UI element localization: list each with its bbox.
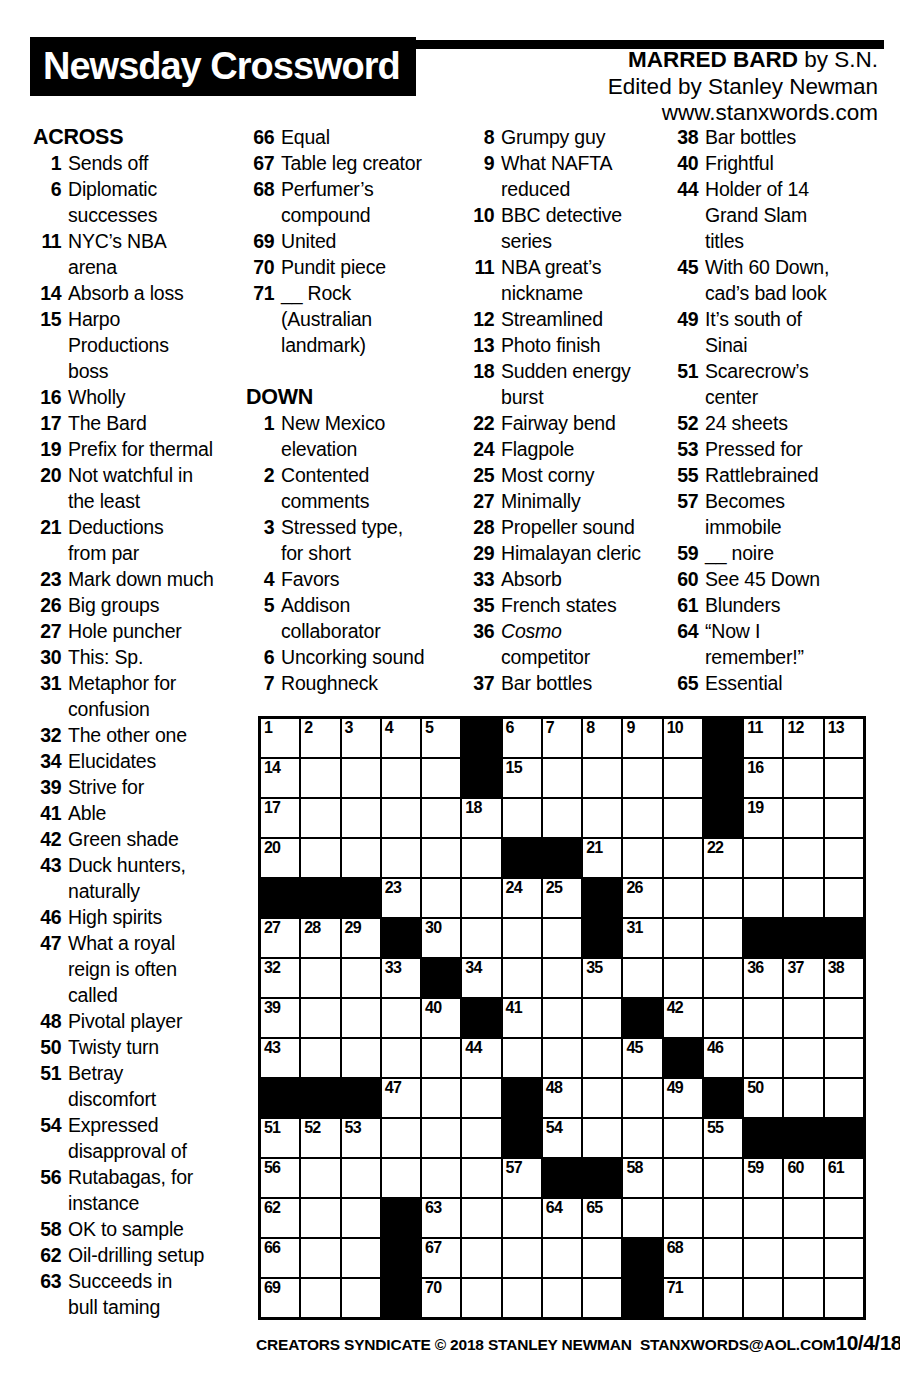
cell-r15c11[interactable]: 71 xyxy=(664,1279,702,1317)
clue-number: 55 xyxy=(670,462,698,488)
cell-r7c9[interactable]: 35 xyxy=(583,959,621,997)
cell-r8c8[interactable] xyxy=(543,999,581,1037)
across-header: ACROSS xyxy=(33,124,240,150)
cell-r6c8[interactable] xyxy=(543,919,581,957)
clue-text: Most corny xyxy=(501,462,594,488)
cell-r9c4[interactable] xyxy=(382,1039,420,1077)
clue-text: Contentedcomments xyxy=(281,462,369,514)
cell-number-6: 6 xyxy=(506,720,514,736)
cell-r12c11[interactable] xyxy=(664,1159,702,1197)
cell-r6c6[interactable] xyxy=(462,919,500,957)
cell-r3c1[interactable]: 17 xyxy=(261,799,299,837)
cell-r5c10[interactable]: 26 xyxy=(623,879,661,917)
clue-across-70: 70Pundit piece xyxy=(246,254,452,280)
cell-r14c7[interactable] xyxy=(503,1239,541,1277)
clue-number: 8 xyxy=(466,124,494,150)
cell-number-28: 28 xyxy=(304,920,320,936)
clue-number: 32 xyxy=(33,722,61,748)
cell-r11c11[interactable] xyxy=(664,1119,702,1157)
cell-r9c2[interactable] xyxy=(301,1039,339,1077)
cell-r8c2[interactable] xyxy=(301,999,339,1037)
cell-r2c7[interactable]: 15 xyxy=(503,759,541,797)
cell-number-12: 12 xyxy=(787,720,803,736)
cell-r1c1[interactable]: 1 xyxy=(261,719,299,757)
clue-text: Addisoncollaborator xyxy=(281,592,381,644)
cell-number-68: 68 xyxy=(667,1240,683,1256)
cell-r9c8[interactable] xyxy=(543,1039,581,1077)
cell-r3c9[interactable] xyxy=(583,799,621,837)
cell-r15c14[interactable] xyxy=(784,1279,822,1317)
clue-across-71: 71__ Rock(Australianlandmark) xyxy=(246,280,452,358)
cell-r7c3[interactable] xyxy=(342,959,380,997)
clue-across-63: 63Succeeds inbull taming xyxy=(33,1268,240,1320)
cell-r9c12[interactable]: 46 xyxy=(704,1039,742,1077)
cell-r13c8[interactable]: 64 xyxy=(543,1199,581,1237)
cell-r6c7[interactable] xyxy=(503,919,541,957)
cell-number-9: 9 xyxy=(626,720,634,736)
clue-text: Able xyxy=(68,800,106,826)
cell-r8c4[interactable] xyxy=(382,999,420,1037)
cell-r2c8[interactable] xyxy=(543,759,581,797)
cell-r10c5[interactable] xyxy=(422,1079,460,1117)
cell-r9c3[interactable] xyxy=(342,1039,380,1077)
cell-r13c12[interactable] xyxy=(704,1199,742,1237)
cell-r5c14[interactable] xyxy=(784,879,822,917)
clue-down-4: 4Favors xyxy=(246,566,452,592)
cell-number-33: 33 xyxy=(385,960,401,976)
clue-down-1: 1New Mexicoelevation xyxy=(246,410,452,462)
cell-r10c4[interactable]: 47 xyxy=(382,1079,420,1117)
cell-r4c2[interactable] xyxy=(301,839,339,877)
cell-r10c10[interactable] xyxy=(623,1079,661,1117)
cell-r2c2[interactable] xyxy=(301,759,339,797)
clue-number: 62 xyxy=(33,1242,61,1268)
cell-r2c13[interactable]: 16 xyxy=(744,759,782,797)
cell-r4c9[interactable]: 21 xyxy=(583,839,621,877)
clue-text: Favors xyxy=(281,566,339,592)
cell-r7c4[interactable]: 33 xyxy=(382,959,420,997)
cell-r3c7[interactable] xyxy=(503,799,541,837)
cell-r12c12[interactable] xyxy=(704,1159,742,1197)
puzzle-title-line: MARRED BARD by S.N. xyxy=(608,47,878,74)
cell-r6c3[interactable]: 29 xyxy=(342,919,380,957)
cell-r11c2[interactable]: 52 xyxy=(301,1119,339,1157)
cell-number-15: 15 xyxy=(506,760,522,776)
cell-r15c7[interactable] xyxy=(503,1279,541,1317)
cell-r2c3[interactable] xyxy=(342,759,380,797)
cell-r14c12[interactable] xyxy=(704,1239,742,1277)
cell-r7c7[interactable] xyxy=(503,959,541,997)
cell-r8c1[interactable]: 39 xyxy=(261,999,299,1037)
cell-r2c11[interactable] xyxy=(664,759,702,797)
cell-r5c7[interactable]: 24 xyxy=(503,879,541,917)
cell-r7c13[interactable]: 36 xyxy=(744,959,782,997)
cell-r1c10[interactable]: 9 xyxy=(623,719,661,757)
cell-r2c9[interactable] xyxy=(583,759,621,797)
clue-number: 71 xyxy=(246,280,274,358)
cell-r5c13[interactable] xyxy=(744,879,782,917)
cell-r12c15[interactable]: 61 xyxy=(825,1159,863,1197)
clue-number: 48 xyxy=(33,1008,61,1034)
clue-text: Minimally xyxy=(501,488,580,514)
cell-r5c12[interactable] xyxy=(704,879,742,917)
cell-r12c2[interactable] xyxy=(301,1159,339,1197)
clue-text: Absorb a loss xyxy=(68,280,184,306)
cell-r13c5[interactable]: 63 xyxy=(422,1199,460,1237)
clue-text: NYC’s NBAarena xyxy=(68,228,167,280)
clue-number: 66 xyxy=(246,124,274,150)
clue-across-27: 27Hole puncher xyxy=(33,618,240,644)
cell-r7c12[interactable] xyxy=(704,959,742,997)
cell-r10c14[interactable] xyxy=(784,1079,822,1117)
clue-text: French states xyxy=(501,592,617,618)
cell-r14c9[interactable] xyxy=(583,1239,621,1277)
cell-r10c13[interactable]: 50 xyxy=(744,1079,782,1117)
cell-r9c1[interactable]: 43 xyxy=(261,1039,299,1077)
cell-r1c13[interactable]: 11 xyxy=(744,719,782,757)
block-r12c8 xyxy=(543,1159,581,1197)
cell-number-71: 71 xyxy=(667,1280,683,1296)
cell-r12c7[interactable]: 57 xyxy=(503,1159,541,1197)
cell-r2c5[interactable] xyxy=(422,759,460,797)
editor-line: Edited by Stanley Newman xyxy=(608,74,878,101)
cell-r3c14[interactable] xyxy=(784,799,822,837)
cell-r13c13[interactable] xyxy=(744,1199,782,1237)
cell-r9c15[interactable] xyxy=(825,1039,863,1077)
clue-down-27: 27Minimally xyxy=(466,488,672,514)
cell-r6c2[interactable]: 28 xyxy=(301,919,339,957)
clue-text: This: Sp. xyxy=(68,644,143,670)
cell-r3c15[interactable] xyxy=(825,799,863,837)
block-r14c10 xyxy=(623,1239,661,1277)
clue-number: 69 xyxy=(246,228,274,254)
cell-number-20: 20 xyxy=(264,840,280,856)
block-r5c3 xyxy=(342,879,380,917)
cell-r4c11[interactable] xyxy=(664,839,702,877)
clue-text: 24 sheets xyxy=(705,410,788,436)
cell-r13c2[interactable] xyxy=(301,1199,339,1237)
clue-number: 21 xyxy=(33,514,61,566)
clue-across-39: 39Strive for xyxy=(33,774,240,800)
cell-r14c13[interactable] xyxy=(744,1239,782,1277)
cell-r7c14[interactable]: 37 xyxy=(784,959,822,997)
clue-down-59: 59__ noire xyxy=(670,540,884,566)
clue-across-34: 34Elucidates xyxy=(33,748,240,774)
cell-r3c10[interactable] xyxy=(623,799,661,837)
cell-r12c10[interactable]: 58 xyxy=(623,1159,661,1197)
cell-r8c5[interactable]: 40 xyxy=(422,999,460,1037)
cell-r13c1[interactable]: 62 xyxy=(261,1199,299,1237)
cell-r13c10[interactable] xyxy=(623,1199,661,1237)
cell-r11c6[interactable] xyxy=(462,1119,500,1157)
cell-r6c10[interactable]: 31 xyxy=(623,919,661,957)
cell-r9c14[interactable] xyxy=(784,1039,822,1077)
cell-r4c4[interactable] xyxy=(382,839,420,877)
cell-r3c6[interactable]: 18 xyxy=(462,799,500,837)
cell-number-38: 38 xyxy=(828,960,844,976)
cell-r5c15[interactable] xyxy=(825,879,863,917)
clue-across-46: 46High spirits xyxy=(33,904,240,930)
block-r6c9 xyxy=(583,919,621,957)
cell-r14c14[interactable] xyxy=(784,1239,822,1277)
clue-across-41: 41Able xyxy=(33,800,240,826)
clue-number: 3 xyxy=(246,514,274,566)
cell-r4c12[interactable]: 22 xyxy=(704,839,742,877)
clue-number: 29 xyxy=(466,540,494,566)
clue-text: Uncorking sound xyxy=(281,644,424,670)
cell-r14c1[interactable]: 66 xyxy=(261,1239,299,1277)
clue-text: Metaphor forconfusion xyxy=(68,670,176,722)
cell-r7c15[interactable]: 38 xyxy=(825,959,863,997)
cell-number-63: 63 xyxy=(425,1200,441,1216)
cell-r15c1[interactable]: 69 xyxy=(261,1279,299,1317)
cell-r9c7[interactable] xyxy=(503,1039,541,1077)
cell-r13c14[interactable] xyxy=(784,1199,822,1237)
cell-r9c13[interactable] xyxy=(744,1039,782,1077)
clue-across-17: 17The Bard xyxy=(33,410,240,436)
cell-r13c3[interactable] xyxy=(342,1199,380,1237)
cell-r1c11[interactable]: 10 xyxy=(664,719,702,757)
clue-down-6: 6Uncorking sound xyxy=(246,644,452,670)
cell-r4c1[interactable]: 20 xyxy=(261,839,299,877)
cell-r1c2[interactable]: 2 xyxy=(301,719,339,757)
cell-r13c15[interactable] xyxy=(825,1199,863,1237)
cell-r14c11[interactable]: 68 xyxy=(664,1239,702,1277)
cell-r14c5[interactable]: 67 xyxy=(422,1239,460,1277)
clue-text: Scarecrow’scenter xyxy=(705,358,809,410)
crossword-grid: 1234567891011121314151617181920212223242… xyxy=(258,716,866,1320)
cell-r13c9[interactable]: 65 xyxy=(583,1199,621,1237)
clue-number: 60 xyxy=(670,566,698,592)
cell-r2c4[interactable] xyxy=(382,759,420,797)
cell-r8c3[interactable] xyxy=(342,999,380,1037)
clue-text: Deductionsfrom par xyxy=(68,514,164,566)
clue-down-8: 8Grumpy guy xyxy=(466,124,672,150)
cell-r1c5[interactable]: 5 xyxy=(422,719,460,757)
clue-number: 54 xyxy=(33,1112,61,1164)
clue-text: Twisty turn xyxy=(68,1034,159,1060)
cell-r4c10[interactable] xyxy=(623,839,661,877)
cell-r1c8[interactable]: 7 xyxy=(543,719,581,757)
cell-r12c14[interactable]: 60 xyxy=(784,1159,822,1197)
cell-r5c11[interactable] xyxy=(664,879,702,917)
clue-number: 70 xyxy=(246,254,274,280)
cell-r11c10[interactable] xyxy=(623,1119,661,1157)
cell-r15c2[interactable] xyxy=(301,1279,339,1317)
cell-r3c4[interactable] xyxy=(382,799,420,837)
cell-r12c5[interactable] xyxy=(422,1159,460,1197)
cell-r15c8[interactable] xyxy=(543,1279,581,1317)
cell-r10c15[interactable] xyxy=(825,1079,863,1117)
cell-r14c8[interactable] xyxy=(543,1239,581,1277)
cell-r11c12[interactable]: 55 xyxy=(704,1119,742,1157)
clue-number: 47 xyxy=(33,930,61,1008)
clue-number: 44 xyxy=(670,176,698,254)
cell-r15c9[interactable] xyxy=(583,1279,621,1317)
cell-number-32: 32 xyxy=(264,960,280,976)
cell-r3c11[interactable] xyxy=(664,799,702,837)
puzzle-title: MARRED BARD xyxy=(628,47,798,72)
cell-number-53: 53 xyxy=(345,1120,361,1136)
cell-r14c15[interactable] xyxy=(825,1239,863,1277)
cell-number-66: 66 xyxy=(264,1240,280,1256)
clue-down-12: 12Streamlined xyxy=(466,306,672,332)
block-r8c6 xyxy=(462,999,500,1037)
cell-r6c12[interactable] xyxy=(704,919,742,957)
cell-r5c5[interactable] xyxy=(422,879,460,917)
cell-number-26: 26 xyxy=(626,880,642,896)
clue-across-26: 26Big groups xyxy=(33,592,240,618)
clue-across-48: 48Pivotal player xyxy=(33,1008,240,1034)
cell-r10c6[interactable] xyxy=(462,1079,500,1117)
cell-r7c2[interactable] xyxy=(301,959,339,997)
clue-text: Holder of 14Grand Slamtitles xyxy=(705,176,809,254)
clue-text: Green shade xyxy=(68,826,179,852)
cell-r15c5[interactable]: 70 xyxy=(422,1279,460,1317)
clue-across-32: 32The other one xyxy=(33,722,240,748)
clue-text: Perfumer’scompound xyxy=(281,176,374,228)
cell-r15c6[interactable] xyxy=(462,1279,500,1317)
cell-r7c1[interactable]: 32 xyxy=(261,959,299,997)
cell-r8c12[interactable] xyxy=(704,999,742,1037)
cell-number-62: 62 xyxy=(264,1200,280,1216)
cell-r13c6[interactable] xyxy=(462,1199,500,1237)
cell-r1c3[interactable]: 3 xyxy=(342,719,380,757)
cell-r9c9[interactable] xyxy=(583,1039,621,1077)
cell-r11c3[interactable]: 53 xyxy=(342,1119,380,1157)
cell-r4c15[interactable] xyxy=(825,839,863,877)
clue-down-64: 64“Now Iremember!” xyxy=(670,618,884,670)
cell-r8c11[interactable]: 42 xyxy=(664,999,702,1037)
clue-number: 51 xyxy=(33,1060,61,1112)
cell-r8c9[interactable] xyxy=(583,999,621,1037)
clue-down-3: 3Stressed type,for short xyxy=(246,514,452,566)
cell-r10c11[interactable]: 49 xyxy=(664,1079,702,1117)
cell-r1c9[interactable]: 8 xyxy=(583,719,621,757)
cell-r8c14[interactable] xyxy=(784,999,822,1037)
cell-r3c3[interactable] xyxy=(342,799,380,837)
cell-r8c15[interactable] xyxy=(825,999,863,1037)
block-r10c12 xyxy=(704,1079,742,1117)
cell-r7c6[interactable]: 34 xyxy=(462,959,500,997)
clue-text: What NAFTAreduced xyxy=(501,150,612,202)
cell-r4c5[interactable] xyxy=(422,839,460,877)
cell-r1c15[interactable]: 13 xyxy=(825,719,863,757)
clue-text: Diplomaticsuccesses xyxy=(68,176,157,228)
cell-r8c7[interactable]: 41 xyxy=(503,999,541,1037)
cell-r9c6[interactable]: 44 xyxy=(462,1039,500,1077)
cell-r12c3[interactable] xyxy=(342,1159,380,1197)
cell-r11c5[interactable] xyxy=(422,1119,460,1157)
clue-text: With 60 Down,cad’s bad look xyxy=(705,254,829,306)
cell-r7c8[interactable] xyxy=(543,959,581,997)
cell-r13c11[interactable] xyxy=(664,1199,702,1237)
cell-r3c2[interactable] xyxy=(301,799,339,837)
cell-r14c6[interactable] xyxy=(462,1239,500,1277)
cell-r4c14[interactable] xyxy=(784,839,822,877)
block-r14c4 xyxy=(382,1239,420,1277)
block-r10c3 xyxy=(342,1079,380,1117)
cell-r13c7[interactable] xyxy=(503,1199,541,1237)
cell-r10c9[interactable] xyxy=(583,1079,621,1117)
cell-r6c11[interactable] xyxy=(664,919,702,957)
cell-r11c9[interactable] xyxy=(583,1119,621,1157)
clue-text: Grumpy guy xyxy=(501,124,605,150)
clue-text: Becomesimmobile xyxy=(705,488,785,540)
clue-text: Succeeds inbull taming xyxy=(68,1268,172,1320)
clue-number: 49 xyxy=(670,306,698,358)
clue-number: 34 xyxy=(33,748,61,774)
cell-r1c14[interactable]: 12 xyxy=(784,719,822,757)
cell-r8c13[interactable] xyxy=(744,999,782,1037)
cell-r5c4[interactable]: 23 xyxy=(382,879,420,917)
cell-number-56: 56 xyxy=(264,1160,280,1176)
clue-text: BBC detectiveseries xyxy=(501,202,622,254)
cell-r11c8[interactable]: 54 xyxy=(543,1119,581,1157)
cell-r11c4[interactable] xyxy=(382,1119,420,1157)
cell-r12c1[interactable]: 56 xyxy=(261,1159,299,1197)
cell-r3c13[interactable]: 19 xyxy=(744,799,782,837)
block-r1c12 xyxy=(704,719,742,757)
cell-r5c8[interactable]: 25 xyxy=(543,879,581,917)
clue-text: Propeller sound xyxy=(501,514,635,540)
cell-r3c8[interactable] xyxy=(543,799,581,837)
clue-text: Prefix for thermal xyxy=(68,436,213,462)
cell-r14c2[interactable] xyxy=(301,1239,339,1277)
cell-r12c4[interactable] xyxy=(382,1159,420,1197)
cell-r5c6[interactable] xyxy=(462,879,500,917)
cell-r2c15[interactable] xyxy=(825,759,863,797)
cell-r1c4[interactable]: 4 xyxy=(382,719,420,757)
cell-r2c10[interactable] xyxy=(623,759,661,797)
cell-r10c8[interactable]: 48 xyxy=(543,1079,581,1117)
cell-r11c1[interactable]: 51 xyxy=(261,1119,299,1157)
cell-number-5: 5 xyxy=(425,720,433,736)
cell-r1c7[interactable]: 6 xyxy=(503,719,541,757)
cell-number-69: 69 xyxy=(264,1280,280,1296)
cell-r4c13[interactable] xyxy=(744,839,782,877)
cell-r6c5[interactable]: 30 xyxy=(422,919,460,957)
cell-r3c5[interactable] xyxy=(422,799,460,837)
cell-r2c14[interactable] xyxy=(784,759,822,797)
clue-text: Expresseddisapproval of xyxy=(68,1112,187,1164)
cell-r15c13[interactable] xyxy=(744,1279,782,1317)
cell-number-70: 70 xyxy=(425,1280,441,1296)
cell-r15c12[interactable] xyxy=(704,1279,742,1317)
cell-r12c13[interactable]: 59 xyxy=(744,1159,782,1197)
cell-r4c6[interactable] xyxy=(462,839,500,877)
cell-r9c5[interactable] xyxy=(422,1039,460,1077)
cell-number-59: 59 xyxy=(747,1160,763,1176)
cell-r4c3[interactable] xyxy=(342,839,380,877)
cell-r14c3[interactable] xyxy=(342,1239,380,1277)
cell-r7c11[interactable] xyxy=(664,959,702,997)
cell-r7c10[interactable] xyxy=(623,959,661,997)
cell-r2c1[interactable]: 14 xyxy=(261,759,299,797)
cell-r15c3[interactable] xyxy=(342,1279,380,1317)
cell-r9c10[interactable]: 45 xyxy=(623,1039,661,1077)
cell-r12c6[interactable] xyxy=(462,1159,500,1197)
clue-column-2: 66Equal67Table leg creator68Perfumer’sco… xyxy=(246,124,452,696)
clue-across-43: 43Duck hunters,naturally xyxy=(33,852,240,904)
clue-text: Hole puncher xyxy=(68,618,182,644)
clue-text: Stressed type,for short xyxy=(281,514,403,566)
cell-r15c15[interactable] xyxy=(825,1279,863,1317)
cell-r6c1[interactable]: 27 xyxy=(261,919,299,957)
clue-across-1: 1Sends off xyxy=(33,150,240,176)
clue-text: Oil-drilling setup xyxy=(68,1242,204,1268)
block-r6c15 xyxy=(825,919,863,957)
